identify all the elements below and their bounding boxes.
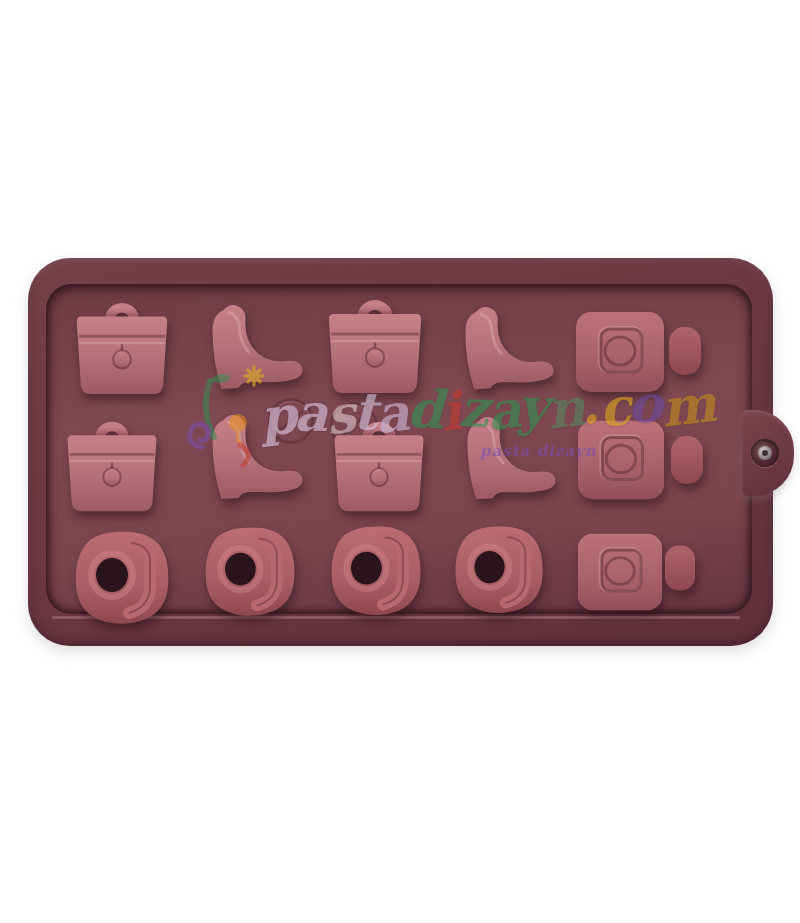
cavity-handbag-2: [324, 292, 426, 398]
cavity-handbag-3: [60, 414, 164, 516]
cavity-high-heel-shoe-2: [450, 302, 564, 396]
cavity-handbag-4: [326, 414, 432, 516]
cavity-square-box-1: [574, 310, 666, 394]
cavity-round-purse-1: [70, 528, 174, 626]
cavity-square-box-2: [576, 418, 666, 502]
eyelet-center: [762, 450, 768, 456]
cavity-round-purse-4: [450, 522, 548, 616]
cavity-high-heel-shoe-4: [452, 412, 566, 506]
metal-eyelet-icon: [758, 446, 772, 460]
cavity-high-heel-shoe-3: [196, 410, 314, 506]
hanging-hole-icon: [751, 439, 779, 467]
cavity-small-bar-1: [668, 326, 702, 376]
product-photo: pastadizayn.com pasta dizayn: [0, 0, 800, 923]
cavity-square-box-3: [576, 531, 664, 613]
cavity-small-bar-2: [670, 434, 704, 486]
cavity-small-bar-3: [664, 543, 696, 593]
cavity-high-heel-shoe-1: [196, 300, 314, 396]
cavity-round-purse-2: [200, 524, 300, 618]
hanging-tab: [742, 410, 794, 496]
cavity-round-purse-3: [326, 522, 426, 618]
cavity-handbag-1: [73, 294, 171, 400]
